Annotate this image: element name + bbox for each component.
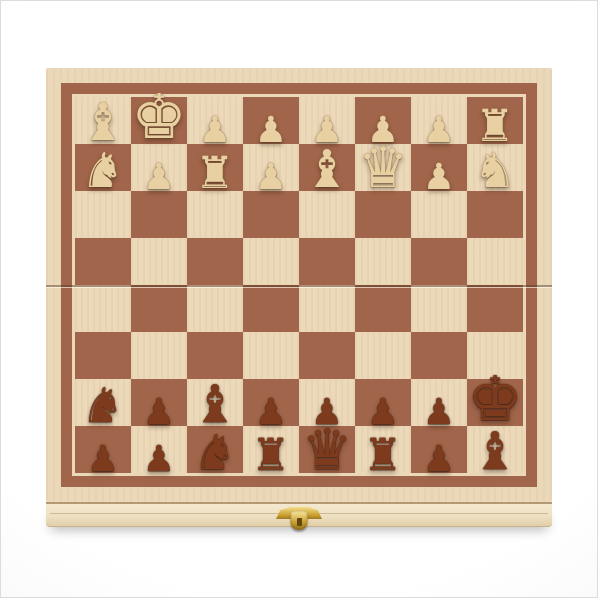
piece-dark-bishop: ♝ [472, 427, 519, 476]
square-b3 [131, 332, 187, 379]
chess-board: ♝♚♟♟♟♟♟♜♞♟♜♟♝♛♟♞♞♟♝♟♟♟♟♚♟♟♞♜♛♜♟♝ [46, 68, 552, 502]
square-g6 [411, 191, 467, 238]
piece-light-pawn: ♟ [199, 113, 231, 147]
square-c3 [187, 332, 243, 379]
piece-light-pawn: ♟ [423, 113, 455, 147]
board-front-edge [46, 502, 552, 527]
piece-dark-rook: ♜ [363, 434, 402, 476]
piece-dark-pawn: ♟ [423, 395, 455, 429]
piece-light-rook: ♜ [195, 152, 234, 194]
square-b5 [131, 238, 187, 285]
square-f5 [355, 238, 411, 285]
square-f3 [355, 332, 411, 379]
square-e4 [299, 285, 355, 332]
square-h6 [467, 191, 523, 238]
square-d6 [243, 191, 299, 238]
piece-dark-knight: ♞ [81, 383, 124, 429]
square-d5 [243, 238, 299, 285]
piece-light-bishop: ♝ [304, 145, 351, 194]
square-b4 [131, 285, 187, 332]
square-g7: ♟ [411, 144, 467, 191]
square-g8: ♟ [411, 97, 467, 144]
square-d3 [243, 332, 299, 379]
piece-light-knight: ♞ [473, 148, 516, 194]
square-h5 [467, 238, 523, 285]
piece-light-pawn: ♟ [255, 160, 287, 194]
square-e5 [299, 238, 355, 285]
piece-light-pawn: ♟ [423, 160, 455, 194]
square-c6 [187, 191, 243, 238]
piece-dark-rook: ♜ [251, 434, 290, 476]
square-g3 [411, 332, 467, 379]
square-b6 [131, 191, 187, 238]
piece-dark-queen: ♛ [302, 423, 352, 476]
square-c2: ♝ [187, 379, 243, 426]
square-d1: ♜ [243, 426, 299, 473]
square-d2: ♟ [243, 379, 299, 426]
piece-light-king: ♚ [131, 88, 187, 147]
board-fold-seam [46, 285, 552, 288]
square-c4 [187, 285, 243, 332]
square-h8: ♜ [467, 97, 523, 144]
square-h7: ♞ [467, 144, 523, 191]
square-g1: ♟ [411, 426, 467, 473]
square-d4 [243, 285, 299, 332]
square-a7: ♞ [75, 144, 131, 191]
square-b1: ♟ [131, 426, 187, 473]
piece-dark-pawn: ♟ [423, 442, 455, 476]
square-a5 [75, 238, 131, 285]
square-g2: ♟ [411, 379, 467, 426]
square-d8: ♟ [243, 97, 299, 144]
piece-light-pawn: ♟ [255, 113, 287, 147]
square-g4 [411, 285, 467, 332]
piece-dark-pawn: ♟ [143, 442, 175, 476]
square-b2: ♟ [131, 379, 187, 426]
piece-dark-pawn: ♟ [143, 395, 175, 429]
square-g5 [411, 238, 467, 285]
piece-light-knight: ♞ [81, 148, 124, 194]
square-c7: ♜ [187, 144, 243, 191]
square-a3 [75, 332, 131, 379]
piece-light-pawn: ♟ [143, 160, 175, 194]
piece-light-rook: ♜ [475, 105, 514, 147]
piece-dark-pawn: ♟ [255, 395, 287, 429]
square-c5 [187, 238, 243, 285]
clasp-slot [297, 518, 302, 526]
square-h1: ♝ [467, 426, 523, 473]
piece-dark-bishop: ♝ [192, 380, 239, 429]
square-e7: ♝ [299, 144, 355, 191]
square-e1: ♛ [299, 426, 355, 473]
square-e8: ♟ [299, 97, 355, 144]
square-h4 [467, 285, 523, 332]
chess-set-box: ♝♚♟♟♟♟♟♜♞♟♜♟♝♛♟♞♞♟♝♟♟♟♟♚♟♟♞♜♛♜♟♝ [46, 68, 552, 527]
brass-clasp [276, 507, 322, 533]
piece-dark-knight: ♞ [193, 430, 236, 476]
square-f4 [355, 285, 411, 332]
square-h2: ♚ [467, 379, 523, 426]
square-c1: ♞ [187, 426, 243, 473]
piece-dark-pawn: ♟ [87, 442, 119, 476]
square-b8: ♚ [131, 97, 187, 144]
square-e3 [299, 332, 355, 379]
square-f1: ♜ [355, 426, 411, 473]
square-a8: ♝ [75, 97, 131, 144]
square-a4 [75, 285, 131, 332]
piece-dark-pawn: ♟ [367, 395, 399, 429]
square-f7: ♛ [355, 144, 411, 191]
piece-light-queen: ♛ [358, 141, 408, 194]
square-a2: ♞ [75, 379, 131, 426]
square-c8: ♟ [187, 97, 243, 144]
square-f2: ♟ [355, 379, 411, 426]
product-photo-background: ♝♚♟♟♟♟♟♜♞♟♜♟♝♛♟♞♞♟♝♟♟♟♟♚♟♟♞♜♛♜♟♝ [0, 0, 598, 598]
square-d7: ♟ [243, 144, 299, 191]
piece-light-bishop: ♝ [80, 98, 127, 147]
clasp-knob [291, 511, 308, 530]
